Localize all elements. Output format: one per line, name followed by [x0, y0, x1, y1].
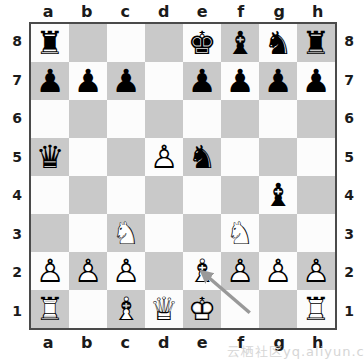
- black-pawn-icon: ♟: [69, 62, 107, 100]
- white-pawn-icon: ♙: [31, 252, 69, 290]
- square-d6[interactable]: [145, 100, 183, 138]
- square-b6[interactable]: [69, 100, 107, 138]
- square-b4[interactable]: [69, 176, 107, 214]
- square-b7[interactable]: ♟: [69, 62, 107, 100]
- file-label-c: c: [106, 332, 145, 352]
- white-pawn-icon: ♙: [259, 252, 297, 290]
- white-knight-icon: ♘: [107, 214, 145, 252]
- square-g6[interactable]: [259, 100, 297, 138]
- file-label-d: d: [145, 332, 184, 352]
- piece-black-pawn[interactable]: ♟: [259, 62, 297, 100]
- square-c3[interactable]: ♞♘: [107, 214, 145, 252]
- square-d8[interactable]: [145, 24, 183, 62]
- piece-white-pawn[interactable]: ♟♙: [107, 252, 145, 290]
- square-h7[interactable]: ♟: [297, 62, 335, 100]
- black-king-icon: ♚: [183, 24, 221, 62]
- black-queen-icon: ♛: [31, 138, 69, 176]
- square-a1[interactable]: ♜♖: [31, 290, 69, 328]
- white-pawn-icon: ♙: [107, 252, 145, 290]
- white-pawn-icon: ♙: [145, 138, 183, 176]
- piece-white-pawn[interactable]: ♟♙: [297, 252, 335, 290]
- square-g1[interactable]: [259, 290, 297, 328]
- square-f4[interactable]: [221, 176, 259, 214]
- file-label-e: e: [183, 332, 222, 352]
- square-b8[interactable]: [69, 24, 107, 62]
- black-pawn-icon: ♟: [183, 62, 221, 100]
- square-c5[interactable]: [107, 138, 145, 176]
- square-b3[interactable]: [69, 214, 107, 252]
- file-label-d: d: [145, 1, 184, 21]
- rank-label-6: 6: [7, 99, 27, 138]
- rank-label-6: 6: [339, 99, 359, 138]
- square-f3[interactable]: ♞♘: [221, 214, 259, 252]
- black-knight-icon: ♞: [259, 24, 297, 62]
- chess-diagram: abcdefgh 87654321 ♜♚♝♞♜♟♟♟♟♟♟♟♛♟♙♞♝♞♘♞♘♟…: [0, 0, 364, 363]
- file-label-g: g: [260, 1, 299, 21]
- square-h2[interactable]: ♟♙: [297, 252, 335, 290]
- square-e1[interactable]: ♚♔: [183, 290, 221, 328]
- piece-black-pawn[interactable]: ♟: [297, 62, 335, 100]
- chess-board: ♜♚♝♞♜♟♟♟♟♟♟♟♛♟♙♞♝♞♘♞♘♟♙♟♙♟♙♝♗♟♙♟♙♟♙♜♖♝♗♛…: [29, 22, 337, 330]
- piece-black-pawn[interactable]: ♟: [221, 62, 259, 100]
- square-f8[interactable]: ♝: [221, 24, 259, 62]
- rank-label-5: 5: [339, 138, 359, 177]
- rank-label-1: 1: [7, 292, 27, 331]
- square-g7[interactable]: ♟: [259, 62, 297, 100]
- black-pawn-icon: ♟: [259, 62, 297, 100]
- white-bishop-icon: ♗: [107, 290, 145, 328]
- piece-black-bishop[interactable]: ♝: [221, 24, 259, 62]
- rank-label-8: 8: [7, 22, 27, 61]
- square-b1[interactable]: [69, 290, 107, 328]
- square-c4[interactable]: [107, 176, 145, 214]
- white-pawn-icon: ♙: [69, 252, 107, 290]
- black-knight-icon: ♞: [183, 138, 221, 176]
- white-queen-icon: ♕: [145, 290, 183, 328]
- file-label-b: b: [68, 332, 107, 352]
- rank-label-5: 5: [7, 138, 27, 177]
- square-h6[interactable]: [297, 100, 335, 138]
- square-g4[interactable]: ♝: [259, 176, 297, 214]
- file-labels-top: abcdefgh: [29, 1, 337, 21]
- piece-white-knight[interactable]: ♞♘: [107, 214, 145, 252]
- square-f6[interactable]: [221, 100, 259, 138]
- square-e6[interactable]: [183, 100, 221, 138]
- piece-white-pawn[interactable]: ♟♙: [259, 252, 297, 290]
- piece-black-knight[interactable]: ♞: [259, 24, 297, 62]
- square-a6[interactable]: [31, 100, 69, 138]
- rank-label-8: 8: [339, 22, 359, 61]
- rank-label-7: 7: [339, 61, 359, 100]
- piece-black-pawn[interactable]: ♟: [31, 62, 69, 100]
- piece-white-rook[interactable]: ♜♖: [297, 290, 335, 328]
- square-d4[interactable]: [145, 176, 183, 214]
- square-e3[interactable]: [183, 214, 221, 252]
- square-b5[interactable]: [69, 138, 107, 176]
- black-pawn-icon: ♟: [297, 62, 335, 100]
- square-e4[interactable]: [183, 176, 221, 214]
- piece-black-king[interactable]: ♚: [183, 24, 221, 62]
- black-bishop-icon: ♝: [221, 24, 259, 62]
- file-label-b: b: [68, 1, 107, 21]
- square-a2[interactable]: ♟♙: [31, 252, 69, 290]
- square-d5[interactable]: ♟♙: [145, 138, 183, 176]
- black-pawn-icon: ♟: [31, 62, 69, 100]
- rank-label-3: 3: [7, 215, 27, 254]
- piece-white-pawn[interactable]: ♟♙: [69, 252, 107, 290]
- square-g5[interactable]: [259, 138, 297, 176]
- rank-label-4: 4: [7, 176, 27, 215]
- piece-black-knight[interactable]: ♞: [183, 138, 221, 176]
- square-a7[interactable]: ♟: [31, 62, 69, 100]
- square-a3[interactable]: [31, 214, 69, 252]
- piece-white-rook[interactable]: ♜♖: [31, 290, 69, 328]
- piece-black-pawn[interactable]: ♟: [69, 62, 107, 100]
- piece-black-rook[interactable]: ♜: [31, 24, 69, 62]
- square-a5[interactable]: ♛: [31, 138, 69, 176]
- square-c2[interactable]: ♟♙: [107, 252, 145, 290]
- white-king-icon: ♔: [183, 290, 221, 328]
- square-c8[interactable]: [107, 24, 145, 62]
- piece-white-knight[interactable]: ♞♘: [221, 214, 259, 252]
- square-a4[interactable]: [31, 176, 69, 214]
- piece-white-pawn[interactable]: ♟♙: [221, 252, 259, 290]
- square-f2[interactable]: ♟♙: [221, 252, 259, 290]
- black-pawn-icon: ♟: [107, 62, 145, 100]
- piece-white-bishop[interactable]: ♝♗: [183, 252, 221, 290]
- square-g2[interactable]: ♟♙: [259, 252, 297, 290]
- piece-black-rook[interactable]: ♜: [297, 24, 335, 62]
- piece-white-bishop[interactable]: ♝♗: [107, 290, 145, 328]
- square-c6[interactable]: [107, 100, 145, 138]
- square-d2[interactable]: [145, 252, 183, 290]
- square-h1[interactable]: ♜♖: [297, 290, 335, 328]
- piece-black-pawn[interactable]: ♟: [183, 62, 221, 100]
- white-rook-icon: ♖: [31, 290, 69, 328]
- file-label-f: f: [222, 1, 261, 21]
- square-h5[interactable]: [297, 138, 335, 176]
- square-d1[interactable]: ♛♕: [145, 290, 183, 328]
- piece-black-bishop[interactable]: ♝: [259, 176, 297, 214]
- file-label-a: a: [29, 332, 68, 352]
- white-pawn-icon: ♙: [297, 252, 335, 290]
- square-d3[interactable]: [145, 214, 183, 252]
- square-f5[interactable]: [221, 138, 259, 176]
- piece-black-queen[interactable]: ♛: [31, 138, 69, 176]
- square-h4[interactable]: [297, 176, 335, 214]
- square-c1[interactable]: ♝♗: [107, 290, 145, 328]
- rank-label-1: 1: [339, 292, 359, 331]
- white-bishop-icon: ♗: [183, 252, 221, 290]
- square-e2[interactable]: ♝♗: [183, 252, 221, 290]
- square-f1[interactable]: [221, 290, 259, 328]
- black-rook-icon: ♜: [31, 24, 69, 62]
- square-g8[interactable]: ♞: [259, 24, 297, 62]
- file-label-a: a: [29, 1, 68, 21]
- square-a8[interactable]: ♜: [31, 24, 69, 62]
- rank-label-7: 7: [7, 61, 27, 100]
- rank-labels-right: 87654321: [339, 22, 359, 330]
- black-pawn-icon: ♟: [221, 62, 259, 100]
- watermark: 云栖社区yq.aliyun.com: [227, 343, 364, 361]
- piece-white-pawn[interactable]: ♟♙: [145, 138, 183, 176]
- file-label-h: h: [299, 1, 338, 21]
- square-e5[interactable]: ♞: [183, 138, 221, 176]
- piece-black-pawn[interactable]: ♟: [107, 62, 145, 100]
- square-g3[interactable]: [259, 214, 297, 252]
- square-e8[interactable]: ♚: [183, 24, 221, 62]
- square-d7[interactable]: [145, 62, 183, 100]
- black-bishop-icon: ♝: [259, 176, 297, 214]
- black-rook-icon: ♜: [297, 24, 335, 62]
- piece-white-queen[interactable]: ♛♕: [145, 290, 183, 328]
- rank-labels-left: 87654321: [7, 22, 27, 330]
- square-c7[interactable]: ♟: [107, 62, 145, 100]
- square-b2[interactable]: ♟♙: [69, 252, 107, 290]
- piece-white-king[interactable]: ♚♔: [183, 290, 221, 328]
- square-e7[interactable]: ♟: [183, 62, 221, 100]
- square-f7[interactable]: ♟: [221, 62, 259, 100]
- file-label-e: e: [183, 1, 222, 21]
- square-h8[interactable]: ♜: [297, 24, 335, 62]
- square-h3[interactable]: [297, 214, 335, 252]
- white-pawn-icon: ♙: [221, 252, 259, 290]
- white-knight-icon: ♘: [221, 214, 259, 252]
- rank-label-2: 2: [339, 253, 359, 292]
- file-label-c: c: [106, 1, 145, 21]
- rank-label-3: 3: [339, 215, 359, 254]
- piece-white-pawn[interactable]: ♟♙: [31, 252, 69, 290]
- white-rook-icon: ♖: [297, 290, 335, 328]
- rank-label-4: 4: [339, 176, 359, 215]
- rank-label-2: 2: [7, 253, 27, 292]
